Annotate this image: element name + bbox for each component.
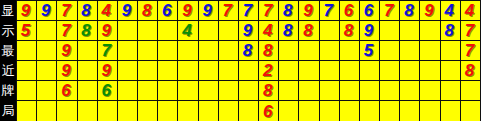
cell-r5c15 xyxy=(298,81,318,101)
result-digit: 8 xyxy=(81,2,90,19)
label-char-6: 局 xyxy=(0,101,16,121)
cell-r1c16: 7 xyxy=(319,1,339,21)
cell-r5c21 xyxy=(419,81,439,101)
cell-r3c22 xyxy=(440,41,460,61)
cell-r1c4: 8 xyxy=(77,1,97,21)
cell-r2c5: 9 xyxy=(97,21,117,41)
cell-r6c1 xyxy=(16,101,36,121)
cell-r3c23: 7 xyxy=(460,41,480,61)
cell-r2c19 xyxy=(379,21,399,41)
result-digit: 7 xyxy=(323,2,332,19)
cell-r6c16 xyxy=(319,101,339,121)
cell-r3c18: 5 xyxy=(359,41,379,61)
label-char-5: 牌 xyxy=(0,81,16,101)
cell-r2c2 xyxy=(36,21,56,41)
cell-r1c23: 4 xyxy=(460,1,480,21)
result-digit: 9 xyxy=(364,22,373,39)
cell-r5c1 xyxy=(16,81,36,101)
cell-r1c22: 4 xyxy=(440,1,460,21)
cell-r2c6 xyxy=(117,21,137,41)
cell-r1c10: 9 xyxy=(198,1,218,21)
result-digit: 8 xyxy=(263,82,272,99)
result-digit: 9 xyxy=(202,2,211,19)
result-digit: 6 xyxy=(344,2,353,19)
cell-r2c15: 8 xyxy=(298,21,318,41)
cell-r6c22 xyxy=(440,101,460,121)
cell-r5c4 xyxy=(77,81,97,101)
result-digit: 9 xyxy=(102,62,111,79)
cell-r4c17 xyxy=(339,61,359,81)
cell-r4c10 xyxy=(198,61,218,81)
result-digit: 5 xyxy=(21,22,30,39)
cell-r6c5 xyxy=(97,101,117,121)
cell-r4c5: 9 xyxy=(97,61,117,81)
cell-r2c12: 9 xyxy=(238,21,258,41)
cell-r6c11 xyxy=(218,101,238,121)
cell-r2c18: 9 xyxy=(359,21,379,41)
cell-r6c12 xyxy=(238,101,258,121)
cell-r4c3: 9 xyxy=(56,61,76,81)
cell-r1c20: 8 xyxy=(399,1,419,21)
cell-r4c21 xyxy=(419,61,439,81)
cell-r6c19 xyxy=(379,101,399,121)
cell-r1c9: 9 xyxy=(177,1,197,21)
cell-r2c17: 8 xyxy=(339,21,359,41)
cell-r3c17 xyxy=(339,41,359,61)
result-digit: 7 xyxy=(223,2,232,19)
cell-r6c20 xyxy=(399,101,419,121)
cell-r5c22 xyxy=(440,81,460,101)
result-digit: 4 xyxy=(444,2,453,19)
result-digit: 7 xyxy=(465,42,474,59)
cell-r6c2 xyxy=(36,101,56,121)
cell-r5c5: 6 xyxy=(97,81,117,101)
cell-r6c6 xyxy=(117,101,137,121)
cell-r4c9 xyxy=(177,61,197,81)
result-digit: 8 xyxy=(344,22,353,39)
result-digit: 9 xyxy=(424,2,433,19)
result-digit: 9 xyxy=(122,2,131,19)
cell-r5c6 xyxy=(117,81,137,101)
cell-r4c18 xyxy=(359,61,379,81)
result-digit: 4 xyxy=(102,2,111,19)
cell-r5c13: 8 xyxy=(258,81,278,101)
cell-r6c18 xyxy=(359,101,379,121)
cell-r3c19 xyxy=(379,41,399,61)
result-digit: 8 xyxy=(142,2,151,19)
cell-r6c8 xyxy=(157,101,177,121)
result-digit: 9 xyxy=(303,2,312,19)
cell-r3c14 xyxy=(278,41,298,61)
cell-r4c13: 2 xyxy=(258,61,278,81)
cell-r4c12 xyxy=(238,61,258,81)
cell-r5c9 xyxy=(177,81,197,101)
cell-r1c2: 9 xyxy=(36,1,56,21)
result-digit: 6 xyxy=(162,2,171,19)
cell-r5c2 xyxy=(36,81,56,101)
cell-r4c16 xyxy=(319,61,339,81)
result-digit: 9 xyxy=(102,22,111,39)
cell-r3c9 xyxy=(177,41,197,61)
cell-r2c1: 5 xyxy=(16,21,36,41)
result-digit: 8 xyxy=(283,2,292,19)
cell-r5c3: 6 xyxy=(56,81,76,101)
cell-r5c17 xyxy=(339,81,359,101)
result-digit: 8 xyxy=(283,22,292,39)
cell-r1c15: 9 xyxy=(298,1,318,21)
cell-r4c15 xyxy=(298,61,318,81)
cell-r2c23: 7 xyxy=(460,21,480,41)
cell-r3c1 xyxy=(16,41,36,61)
result-digit: 9 xyxy=(61,62,70,79)
result-digit: 7 xyxy=(384,2,393,19)
cell-r4c8 xyxy=(157,61,177,81)
cell-r6c9 xyxy=(177,101,197,121)
result-digit: 6 xyxy=(102,82,111,99)
cell-r1c17: 6 xyxy=(339,1,359,21)
cell-r5c14 xyxy=(278,81,298,101)
result-digit: 8 xyxy=(81,22,90,39)
cell-r1c13: 7 xyxy=(258,1,278,21)
cell-r6c14 xyxy=(278,101,298,121)
result-digit: 6 xyxy=(263,103,272,120)
cell-r1c19: 7 xyxy=(379,1,399,21)
cell-r2c16 xyxy=(319,21,339,41)
cell-r4c19 xyxy=(379,61,399,81)
cell-r2c22: 8 xyxy=(440,21,460,41)
cell-r4c6 xyxy=(117,61,137,81)
cell-r3c16 xyxy=(319,41,339,61)
label-char-3: 最 xyxy=(0,40,16,60)
cell-r2c4: 8 xyxy=(77,21,97,41)
cell-r2c21 xyxy=(419,21,439,41)
cell-r1c11: 7 xyxy=(218,1,238,21)
cell-r6c10 xyxy=(198,101,218,121)
cell-r2c7 xyxy=(137,21,157,41)
cell-r3c21 xyxy=(419,41,439,61)
cell-r6c23 xyxy=(460,101,480,121)
result-digit: 4 xyxy=(465,2,474,19)
cell-r2c8 xyxy=(157,21,177,41)
result-digit: 4 xyxy=(182,22,191,39)
cell-r2c14: 8 xyxy=(278,21,298,41)
cell-r5c23 xyxy=(460,81,480,101)
cell-r4c20 xyxy=(399,61,419,81)
cell-r5c19 xyxy=(379,81,399,101)
result-digit: 5 xyxy=(364,42,373,59)
result-digit: 6 xyxy=(61,82,70,99)
cell-r4c23: 8 xyxy=(460,61,480,81)
cell-r1c8: 6 xyxy=(157,1,177,21)
cell-r4c22 xyxy=(440,61,460,81)
cell-r3c2 xyxy=(36,41,56,61)
cell-r3c3: 9 xyxy=(56,41,76,61)
result-digit: 8 xyxy=(303,22,312,39)
result-digit: 8 xyxy=(243,42,252,59)
cell-r6c13: 6 xyxy=(258,101,278,121)
result-digit: 9 xyxy=(182,2,191,19)
cell-r1c6: 9 xyxy=(117,1,137,21)
cell-r6c3 xyxy=(56,101,76,121)
cell-r5c11 xyxy=(218,81,238,101)
cell-r4c11 xyxy=(218,61,238,81)
cell-r6c7 xyxy=(137,101,157,121)
cell-r5c16 xyxy=(319,81,339,101)
result-digit: 7 xyxy=(61,22,70,39)
cell-r3c8 xyxy=(157,41,177,61)
cell-r2c3: 7 xyxy=(56,21,76,41)
result-digit: 6 xyxy=(364,2,373,19)
result-digit: 9 xyxy=(61,42,70,59)
result-digit: 9 xyxy=(21,2,30,19)
cell-r1c7: 8 xyxy=(137,1,157,21)
cell-r5c20 xyxy=(399,81,419,101)
cell-r1c3: 7 xyxy=(56,1,76,21)
cell-r4c4 xyxy=(77,61,97,81)
cell-r5c8 xyxy=(157,81,177,101)
cell-r3c13: 8 xyxy=(258,41,278,61)
cell-r6c21 xyxy=(419,101,439,121)
cell-r6c17 xyxy=(339,101,359,121)
result-digit: 8 xyxy=(465,62,474,79)
cell-r2c11 xyxy=(218,21,238,41)
result-digit: 9 xyxy=(243,22,252,39)
cell-r5c7 xyxy=(137,81,157,101)
result-digit: 9 xyxy=(41,2,50,19)
cell-r4c14 xyxy=(278,61,298,81)
result-digit: 7 xyxy=(61,2,70,19)
cell-r2c10 xyxy=(198,21,218,41)
result-digit: 7 xyxy=(263,2,272,19)
cell-r3c12: 8 xyxy=(238,41,258,61)
result-digit: 2 xyxy=(263,62,272,79)
cell-r3c4 xyxy=(77,41,97,61)
cell-r4c7 xyxy=(137,61,157,81)
result-digit: 7 xyxy=(102,42,111,59)
cell-r5c12 xyxy=(238,81,258,101)
label-char-2: 示 xyxy=(0,20,16,40)
cell-r3c10 xyxy=(198,41,218,61)
result-digit: 7 xyxy=(243,2,252,19)
cell-r3c20 xyxy=(399,41,419,61)
label-char-1: 显 xyxy=(0,0,16,20)
cell-r3c15 xyxy=(298,41,318,61)
cell-r2c9: 4 xyxy=(177,21,197,41)
results-grid: 9978498699777897667894457894948889879788… xyxy=(16,0,481,121)
cell-r6c15 xyxy=(298,101,318,121)
cell-r1c5: 4 xyxy=(97,1,117,21)
cell-r5c10 xyxy=(198,81,218,101)
result-digit: 4 xyxy=(263,22,272,39)
cell-r3c5: 7 xyxy=(97,41,117,61)
cell-r3c6 xyxy=(117,41,137,61)
result-digit: 8 xyxy=(444,22,453,39)
label-char-4: 近 xyxy=(0,61,16,81)
cell-r4c1 xyxy=(16,61,36,81)
cell-r2c20 xyxy=(399,21,419,41)
recent-results-scoreboard: 显示最近牌局 997849869977789766789445789494888… xyxy=(0,0,481,121)
cell-r3c11 xyxy=(218,41,238,61)
cell-r1c21: 9 xyxy=(419,1,439,21)
cell-r2c13: 4 xyxy=(258,21,278,41)
cell-r5c18 xyxy=(359,81,379,101)
vertical-label: 显示最近牌局 xyxy=(0,0,16,121)
cell-r1c12: 7 xyxy=(238,1,258,21)
cell-r1c18: 6 xyxy=(359,1,379,21)
cell-r3c7 xyxy=(137,41,157,61)
result-digit: 8 xyxy=(404,2,413,19)
cell-r1c1: 9 xyxy=(16,1,36,21)
cell-r4c2 xyxy=(36,61,56,81)
result-digit: 7 xyxy=(465,22,474,39)
cell-r1c14: 8 xyxy=(278,1,298,21)
cell-r6c4 xyxy=(77,101,97,121)
result-digit: 8 xyxy=(263,42,272,59)
